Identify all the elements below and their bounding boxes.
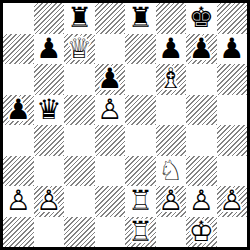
square-d8[interactable] [95, 3, 126, 34]
square-c8[interactable]: ♜♜ [64, 3, 95, 34]
square-b5[interactable]: ♛♛ [34, 95, 65, 126]
piece-white-pawn[interactable]: ♟♙ [34, 186, 65, 217]
square-d5[interactable]: ♟♙ [95, 95, 126, 126]
piece-halo: ♟ [3, 95, 34, 126]
piece-halo: ♟ [95, 64, 126, 95]
square-a3[interactable] [3, 156, 34, 187]
square-e1[interactable]: ♜♖ [125, 217, 156, 248]
square-g8[interactable]: ♚♚ [186, 3, 217, 34]
piece-halo: ♟ [186, 34, 217, 65]
piece-halo: ♜ [125, 3, 156, 34]
piece-white-king[interactable]: ♚♔ [186, 217, 217, 248]
square-g3[interactable] [186, 156, 217, 187]
square-g2[interactable]: ♟♙ [186, 186, 217, 217]
square-e3[interactable] [125, 156, 156, 187]
piece-face: ♟ [3, 95, 34, 126]
piece-face: ♜ [125, 3, 156, 34]
square-d6[interactable]: ♟♟ [95, 64, 126, 95]
piece-black-pawn[interactable]: ♟♟ [186, 34, 217, 65]
piece-halo: ♟ [186, 186, 217, 217]
square-e7[interactable] [125, 34, 156, 65]
piece-halo: ♚ [186, 217, 217, 248]
square-h7[interactable]: ♟♟ [217, 34, 248, 65]
square-a4[interactable] [3, 125, 34, 156]
piece-white-rook[interactable]: ♜♖ [125, 186, 156, 217]
square-a6[interactable] [3, 64, 34, 95]
piece-black-king[interactable]: ♚♚ [186, 3, 217, 34]
piece-face: ♟ [186, 34, 217, 65]
piece-white-rook[interactable]: ♜♖ [125, 217, 156, 248]
piece-halo: ♟ [3, 186, 34, 217]
piece-white-knight[interactable]: ♞♘ [156, 156, 187, 187]
piece-face: ♙ [186, 186, 217, 217]
square-f5[interactable] [156, 95, 187, 126]
piece-halo: ♟ [95, 95, 126, 126]
square-b7[interactable]: ♟♟ [34, 34, 65, 65]
square-c1[interactable] [64, 217, 95, 248]
piece-halo: ♛ [34, 95, 65, 126]
square-d1[interactable] [95, 217, 126, 248]
square-g1[interactable]: ♚♔ [186, 217, 217, 248]
piece-white-bishop[interactable]: ♝♗ [156, 64, 187, 95]
square-d3[interactable] [95, 156, 126, 187]
piece-black-queen[interactable]: ♛♛ [34, 95, 65, 126]
piece-halo: ♜ [64, 3, 95, 34]
piece-face: ♚ [186, 3, 217, 34]
piece-face: ♗ [156, 64, 187, 95]
square-f1[interactable] [156, 217, 187, 248]
piece-halo: ♛ [64, 34, 95, 65]
piece-face: ♜ [64, 3, 95, 34]
square-h8[interactable] [217, 3, 248, 34]
square-e4[interactable] [125, 125, 156, 156]
square-b3[interactable] [34, 156, 65, 187]
square-a5[interactable]: ♟♟ [3, 95, 34, 126]
piece-halo: ♝ [156, 64, 187, 95]
square-c7[interactable]: ♛♕ [64, 34, 95, 65]
square-d4[interactable] [95, 125, 126, 156]
piece-white-queen[interactable]: ♛♕ [64, 34, 95, 65]
piece-face: ♟ [156, 34, 187, 65]
square-e2[interactable]: ♜♖ [125, 186, 156, 217]
piece-black-pawn[interactable]: ♟♟ [95, 64, 126, 95]
square-g7[interactable]: ♟♟ [186, 34, 217, 65]
piece-face: ♙ [3, 186, 34, 217]
square-f4[interactable] [156, 125, 187, 156]
piece-black-pawn[interactable]: ♟♟ [34, 34, 65, 65]
square-f8[interactable] [156, 3, 187, 34]
square-g5[interactable] [186, 95, 217, 126]
square-b4[interactable] [34, 125, 65, 156]
square-b1[interactable] [34, 217, 65, 248]
square-h5[interactable] [217, 95, 248, 126]
square-c2[interactable] [64, 186, 95, 217]
square-e5[interactable] [125, 95, 156, 126]
square-g4[interactable] [186, 125, 217, 156]
piece-halo: ♟ [217, 34, 248, 65]
piece-white-pawn[interactable]: ♟♙ [186, 186, 217, 217]
square-f3[interactable]: ♞♘ [156, 156, 187, 187]
piece-white-pawn[interactable]: ♟♙ [3, 186, 34, 217]
square-d2[interactable] [95, 186, 126, 217]
piece-white-pawn[interactable]: ♟♙ [156, 186, 187, 217]
piece-halo: ♟ [34, 34, 65, 65]
square-h2[interactable]: ♟♙ [217, 186, 248, 217]
piece-face: ♔ [186, 217, 217, 248]
square-a1[interactable] [3, 217, 34, 248]
square-d7[interactable] [95, 34, 126, 65]
square-b8[interactable] [34, 3, 65, 34]
piece-face: ♙ [156, 186, 187, 217]
piece-halo: ♟ [217, 186, 248, 217]
piece-face: ♟ [95, 64, 126, 95]
piece-black-pawn[interactable]: ♟♟ [217, 34, 248, 65]
piece-face: ♘ [156, 156, 187, 187]
piece-face: ♖ [125, 186, 156, 217]
piece-halo: ♚ [186, 3, 217, 34]
square-f7[interactable]: ♟♟ [156, 34, 187, 65]
square-c4[interactable] [64, 125, 95, 156]
square-b6[interactable] [34, 64, 65, 95]
square-c5[interactable] [64, 95, 95, 126]
piece-face: ♛ [34, 95, 65, 126]
piece-halo: ♟ [156, 186, 187, 217]
square-g6[interactable] [186, 64, 217, 95]
chess-board: ♜♜♜♜♚♚♟♟♛♕♟♟♟♟♟♟♟♟♝♗♟♟♛♛♟♙♞♘♟♙♟♙♜♖♟♙♟♙♟♙… [0, 0, 250, 250]
piece-halo: ♞ [156, 156, 187, 187]
piece-white-pawn[interactable]: ♟♙ [217, 186, 248, 217]
piece-black-rook[interactable]: ♜♜ [64, 3, 95, 34]
square-e8[interactable]: ♜♜ [125, 3, 156, 34]
square-b2[interactable]: ♟♙ [34, 186, 65, 217]
square-h4[interactable] [217, 125, 248, 156]
square-a7[interactable] [3, 34, 34, 65]
piece-face: ♙ [34, 186, 65, 217]
square-h6[interactable] [217, 64, 248, 95]
square-h3[interactable] [217, 156, 248, 187]
square-f6[interactable]: ♝♗ [156, 64, 187, 95]
piece-face: ♟ [217, 34, 248, 65]
piece-halo: ♜ [125, 217, 156, 248]
piece-face: ♖ [125, 217, 156, 248]
piece-face: ♟ [34, 34, 65, 65]
piece-black-rook[interactable]: ♜♜ [125, 3, 156, 34]
square-a2[interactable]: ♟♙ [3, 186, 34, 217]
square-h1[interactable] [217, 217, 248, 248]
piece-face: ♕ [64, 34, 95, 65]
square-f2[interactable]: ♟♙ [156, 186, 187, 217]
piece-black-pawn[interactable]: ♟♟ [3, 95, 34, 126]
piece-halo: ♜ [125, 186, 156, 217]
piece-black-pawn[interactable]: ♟♟ [156, 34, 187, 65]
piece-white-pawn[interactable]: ♟♙ [95, 95, 126, 126]
square-e6[interactable] [125, 64, 156, 95]
piece-face: ♙ [217, 186, 248, 217]
square-a8[interactable] [3, 3, 34, 34]
piece-halo: ♟ [156, 34, 187, 65]
square-c3[interactable] [64, 156, 95, 187]
piece-halo: ♟ [34, 186, 65, 217]
square-c6[interactable] [64, 64, 95, 95]
piece-face: ♙ [95, 95, 126, 126]
